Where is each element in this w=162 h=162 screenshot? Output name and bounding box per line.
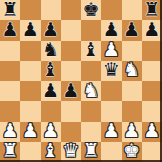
square-b5[interactable] (20, 61, 40, 81)
white-pawn[interactable]: ♟ (2, 121, 19, 140)
square-d8[interactable] (61, 0, 81, 20)
white-queen[interactable]: ♛ (62, 141, 79, 160)
square-b1[interactable] (20, 142, 40, 162)
black-pawn[interactable]: ♟ (22, 20, 39, 39)
black-bishop[interactable]: ♝ (83, 40, 100, 59)
square-a1[interactable]: ♜ (0, 142, 20, 162)
square-a7[interactable]: ♟ (0, 20, 20, 40)
square-h2[interactable]: ♟ (142, 122, 162, 142)
white-pawn[interactable]: ♟ (123, 121, 140, 140)
white-pawn[interactable]: ♟ (103, 40, 120, 59)
square-g4[interactable] (122, 81, 142, 101)
square-d6[interactable] (61, 41, 81, 61)
black-pawn[interactable]: ♟ (143, 20, 160, 39)
square-e6[interactable]: ♝ (81, 41, 101, 61)
square-g1[interactable]: ♚ (122, 142, 142, 162)
square-h7[interactable]: ♟ (142, 20, 162, 40)
square-d3[interactable] (61, 101, 81, 121)
square-g5[interactable]: ♞ (122, 61, 142, 81)
square-c1[interactable]: ♝ (41, 142, 61, 162)
square-b4[interactable] (20, 81, 40, 101)
black-bishop[interactable]: ♝ (42, 60, 59, 79)
square-e1[interactable]: ♜ (81, 142, 101, 162)
white-king[interactable]: ♚ (123, 141, 140, 160)
square-d1[interactable]: ♛ (61, 142, 81, 162)
white-knight[interactable]: ♞ (83, 81, 100, 100)
black-king[interactable]: ♚ (83, 0, 100, 19)
black-pawn[interactable]: ♟ (42, 81, 59, 100)
white-pawn[interactable]: ♟ (143, 121, 160, 140)
square-f2[interactable]: ♟ (101, 122, 121, 142)
square-f4[interactable] (101, 81, 121, 101)
square-b2[interactable]: ♟ (20, 122, 40, 142)
white-rook[interactable]: ♜ (2, 141, 19, 160)
white-pawn[interactable]: ♟ (22, 121, 39, 140)
white-knight[interactable]: ♞ (123, 60, 140, 79)
black-pawn[interactable]: ♟ (103, 20, 120, 39)
square-e8[interactable]: ♚ (81, 0, 101, 20)
black-pawn[interactable]: ♟ (2, 20, 19, 39)
black-rook[interactable]: ♜ (143, 0, 160, 19)
white-rook[interactable]: ♜ (83, 141, 100, 160)
square-a5[interactable] (0, 61, 20, 81)
square-b7[interactable]: ♟ (20, 20, 40, 40)
square-h4[interactable] (142, 81, 162, 101)
black-pawn[interactable]: ♟ (62, 81, 79, 100)
square-f5[interactable]: ♛ (101, 61, 121, 81)
black-pawn[interactable]: ♟ (42, 20, 59, 39)
black-knight[interactable]: ♞ (42, 40, 59, 59)
white-bishop[interactable]: ♝ (42, 141, 59, 160)
square-h6[interactable] (142, 41, 162, 61)
square-c4[interactable]: ♟ (41, 81, 61, 101)
square-a4[interactable] (0, 81, 20, 101)
square-e4[interactable]: ♞ (81, 81, 101, 101)
square-h5[interactable] (142, 61, 162, 81)
white-pawn[interactable]: ♟ (103, 121, 120, 140)
white-pawn[interactable]: ♟ (42, 121, 59, 140)
square-b6[interactable] (20, 41, 40, 61)
black-rook[interactable]: ♜ (2, 0, 19, 19)
square-a6[interactable] (0, 41, 20, 61)
square-g7[interactable]: ♟ (122, 20, 142, 40)
square-d7[interactable] (61, 20, 81, 40)
chess-board: ♜♚♜♟♟♟♟♟♟♞♝♟♝♛♞♟♟♞♟♟♟♟♟♟♜♝♛♜♚ (0, 0, 162, 162)
square-d4[interactable]: ♟ (61, 81, 81, 101)
black-pawn[interactable]: ♟ (123, 20, 140, 39)
square-h1[interactable] (142, 142, 162, 162)
square-f1[interactable] (101, 142, 121, 162)
black-queen[interactable]: ♛ (103, 60, 120, 79)
square-e3[interactable] (81, 101, 101, 121)
